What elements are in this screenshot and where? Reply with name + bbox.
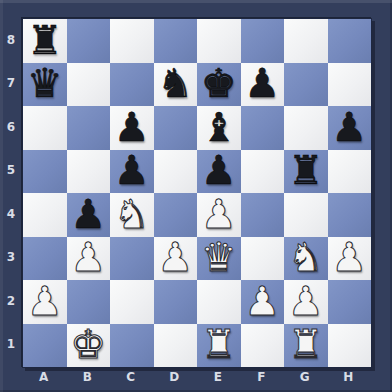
file-label-b: B [66, 366, 110, 392]
square-h2[interactable] [328, 280, 372, 324]
square-e8[interactable] [197, 19, 241, 63]
square-c8[interactable] [110, 19, 154, 63]
square-h5[interactable] [328, 150, 372, 194]
square-g3[interactable]: ♞ [284, 237, 328, 281]
square-e7[interactable]: ♚ [197, 63, 241, 107]
piece-white-pawn[interactable]: ♟ [27, 281, 63, 321]
square-c6[interactable]: ♟ [110, 106, 154, 150]
square-a3[interactable] [23, 237, 67, 281]
square-f4[interactable] [241, 193, 285, 237]
square-c5[interactable]: ♟ [110, 150, 154, 194]
square-g5[interactable]: ♜ [284, 150, 328, 194]
square-d6[interactable] [154, 106, 198, 150]
square-h7[interactable] [328, 63, 372, 107]
square-c7[interactable] [110, 63, 154, 107]
file-label-h: H [327, 366, 371, 392]
square-e5[interactable]: ♟ [197, 150, 241, 194]
rank-label-5: 5 [0, 149, 22, 193]
square-b7[interactable] [67, 63, 111, 107]
rank-label-7: 7 [0, 62, 22, 106]
piece-white-knight[interactable]: ♞ [114, 194, 150, 234]
square-d3[interactable]: ♟ [154, 237, 198, 281]
square-f7[interactable]: ♟ [241, 63, 285, 107]
chessboard-frame: 87654321 ♜♛♞♚♟♟♝♟♟♟♜♟♞♟♟♟♛♞♟♟♟♟♚♜♜ ABCDE… [0, 0, 392, 392]
rank-label-8: 8 [0, 18, 22, 62]
square-f1[interactable] [241, 324, 285, 368]
square-e1[interactable]: ♜ [197, 324, 241, 368]
rank-labels: 87654321 [0, 18, 22, 366]
square-h6[interactable]: ♟ [328, 106, 372, 150]
piece-black-queen[interactable]: ♛ [27, 63, 63, 103]
piece-black-pawn[interactable]: ♟ [201, 150, 237, 190]
file-label-f: F [240, 366, 284, 392]
rank-label-6: 6 [0, 105, 22, 149]
rank-label-3: 3 [0, 236, 22, 280]
piece-black-pawn[interactable]: ♟ [114, 150, 150, 190]
piece-white-pawn[interactable]: ♟ [331, 237, 367, 277]
square-b3[interactable]: ♟ [67, 237, 111, 281]
piece-white-pawn[interactable]: ♟ [201, 194, 237, 234]
square-g7[interactable] [284, 63, 328, 107]
square-c3[interactable] [110, 237, 154, 281]
square-b2[interactable] [67, 280, 111, 324]
square-f8[interactable] [241, 19, 285, 63]
piece-white-pawn[interactable]: ♟ [157, 237, 193, 277]
piece-black-pawn[interactable]: ♟ [70, 194, 106, 234]
square-f6[interactable] [241, 106, 285, 150]
square-g8[interactable] [284, 19, 328, 63]
file-label-g: G [283, 366, 327, 392]
square-a6[interactable] [23, 106, 67, 150]
piece-white-pawn[interactable]: ♟ [244, 281, 280, 321]
rank-label-2: 2 [0, 279, 22, 323]
square-c1[interactable] [110, 324, 154, 368]
square-f3[interactable] [241, 237, 285, 281]
piece-white-queen[interactable]: ♛ [201, 237, 237, 277]
file-label-d: D [153, 366, 197, 392]
piece-black-bishop[interactable]: ♝ [201, 107, 237, 147]
piece-white-knight[interactable]: ♞ [288, 237, 324, 277]
piece-black-rook[interactable]: ♜ [288, 150, 324, 190]
square-d1[interactable] [154, 324, 198, 368]
square-b1[interactable]: ♚ [67, 324, 111, 368]
square-c2[interactable] [110, 280, 154, 324]
square-a5[interactable] [23, 150, 67, 194]
piece-black-king[interactable]: ♚ [201, 63, 237, 103]
square-e4[interactable]: ♟ [197, 193, 241, 237]
square-e6[interactable]: ♝ [197, 106, 241, 150]
rank-label-4: 4 [0, 192, 22, 236]
square-a2[interactable]: ♟ [23, 280, 67, 324]
square-b8[interactable] [67, 19, 111, 63]
square-e2[interactable] [197, 280, 241, 324]
chess-board[interactable]: ♜♛♞♚♟♟♝♟♟♟♜♟♞♟♟♟♛♞♟♟♟♟♚♜♜ [22, 18, 372, 368]
square-c4[interactable]: ♞ [110, 193, 154, 237]
piece-white-rook[interactable]: ♜ [201, 324, 237, 364]
square-h8[interactable] [328, 19, 372, 63]
square-g4[interactable] [284, 193, 328, 237]
piece-black-pawn[interactable]: ♟ [331, 107, 367, 147]
piece-white-king[interactable]: ♚ [70, 324, 106, 364]
square-h3[interactable]: ♟ [328, 237, 372, 281]
square-b4[interactable]: ♟ [67, 193, 111, 237]
piece-white-pawn[interactable]: ♟ [288, 281, 324, 321]
piece-black-pawn[interactable]: ♟ [244, 63, 280, 103]
square-a4[interactable] [23, 193, 67, 237]
file-labels: ABCDEFGH [22, 366, 370, 392]
piece-black-rook[interactable]: ♜ [27, 20, 63, 60]
square-f2[interactable]: ♟ [241, 280, 285, 324]
file-label-c: C [109, 366, 153, 392]
square-g1[interactable]: ♜ [284, 324, 328, 368]
square-g6[interactable] [284, 106, 328, 150]
square-g2[interactable]: ♟ [284, 280, 328, 324]
square-d8[interactable] [154, 19, 198, 63]
square-f5[interactable] [241, 150, 285, 194]
piece-black-knight[interactable]: ♞ [157, 63, 193, 103]
square-d2[interactable] [154, 280, 198, 324]
square-h1[interactable] [328, 324, 372, 368]
file-label-e: E [196, 366, 240, 392]
square-a7[interactable]: ♛ [23, 63, 67, 107]
piece-white-pawn[interactable]: ♟ [70, 237, 106, 277]
piece-black-pawn[interactable]: ♟ [114, 107, 150, 147]
square-d7[interactable]: ♞ [154, 63, 198, 107]
square-a8[interactable]: ♜ [23, 19, 67, 63]
square-d5[interactable] [154, 150, 198, 194]
square-b6[interactable] [67, 106, 111, 150]
piece-white-rook[interactable]: ♜ [288, 324, 324, 364]
file-label-a: A [22, 366, 66, 392]
square-b5[interactable] [67, 150, 111, 194]
rank-label-1: 1 [0, 323, 22, 367]
square-e3[interactable]: ♛ [197, 237, 241, 281]
square-a1[interactable] [23, 324, 67, 368]
square-d4[interactable] [154, 193, 198, 237]
square-h4[interactable] [328, 193, 372, 237]
